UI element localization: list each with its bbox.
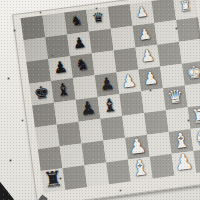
square-g5[interactable]	[89, 29, 114, 54]
piece-white-pawn[interactable]: ♟	[140, 47, 156, 64]
square-d5[interactable]: ♝	[98, 94, 123, 119]
piece-black-pawn[interactable]: ♟	[52, 59, 68, 76]
square-f2[interactable]	[157, 42, 182, 67]
square-g3[interactable]: ♟	[133, 23, 158, 48]
piece-white-pawn[interactable]: ♟	[120, 71, 137, 90]
square-g2[interactable]	[154, 20, 179, 45]
piece-white-pawn[interactable]: ♟	[137, 26, 152, 42]
square-c7[interactable]	[57, 122, 82, 147]
square-c3[interactable]	[144, 110, 169, 135]
square-c8[interactable]	[35, 125, 60, 150]
square-f6[interactable]: ♞	[70, 53, 95, 78]
square-e4[interactable]: ♟	[116, 69, 141, 94]
piece-black-knight[interactable]: ♞	[74, 56, 90, 73]
board-grid: ♞♛♟♜♟♟♟♞♟♚♝♟♟♟♚♟♝♛♜♟♝♞♜♝♟	[21, 0, 200, 193]
square-d2[interactable]: ♛	[163, 85, 188, 110]
piece-black-knight[interactable]: ♞	[70, 14, 84, 29]
square-g6[interactable]: ♟	[67, 32, 92, 57]
piece-white-king[interactable]: ♚	[186, 63, 200, 82]
square-c5[interactable]	[100, 116, 125, 141]
square-a5[interactable]	[106, 160, 131, 185]
square-h8[interactable]	[21, 15, 46, 40]
square-e1[interactable]: ♚	[182, 61, 200, 86]
piece-black-bishop[interactable]: ♝	[101, 96, 119, 116]
piece-black-rook[interactable]: ♜	[42, 168, 64, 192]
piece-white-queen[interactable]: ♛	[166, 87, 184, 107]
square-b7[interactable]	[60, 143, 85, 168]
square-b3[interactable]	[147, 132, 172, 157]
square-g1[interactable]	[176, 17, 200, 42]
square-g4[interactable]	[111, 26, 136, 51]
square-h7[interactable]	[42, 13, 67, 38]
square-d3[interactable]	[141, 88, 166, 113]
square-h4[interactable]	[108, 4, 133, 29]
piece-white-bishop[interactable]: ♝	[129, 156, 151, 180]
piece-white-pawn[interactable]: ♟	[173, 150, 195, 174]
square-a4[interactable]: ♝	[128, 157, 153, 182]
piece-white-pawn[interactable]: ♟	[135, 5, 149, 20]
piece-white-rook[interactable]: ♜	[190, 105, 200, 126]
square-f1[interactable]	[179, 39, 200, 64]
piece-black-queen[interactable]: ♛	[91, 11, 105, 26]
square-d4[interactable]	[119, 91, 144, 116]
board-corner-mark-icon	[38, 195, 48, 200]
square-g8[interactable]	[23, 37, 48, 62]
square-a8[interactable]: ♜	[41, 168, 66, 193]
square-a7[interactable]	[63, 165, 88, 190]
piece-black-pawn[interactable]: ♟	[72, 35, 87, 51]
square-d7[interactable]	[54, 100, 79, 125]
square-a2[interactable]: ♟	[172, 151, 197, 176]
piece-white-pawn[interactable]: ♟	[142, 69, 159, 88]
chess-board: ♞♛♟♜♟♟♟♞♟♚♝♟♟♟♚♟♝♛♜♟♝♞♜♝♟ ©ARCHER	[12, 0, 200, 200]
square-a6[interactable]	[84, 162, 109, 187]
square-d6[interactable]: ♟	[76, 97, 101, 122]
square-h5[interactable]: ♛	[86, 7, 111, 32]
piece-black-bishop[interactable]: ♝	[55, 80, 72, 99]
square-e3[interactable]: ♟	[138, 67, 163, 92]
square-b6[interactable]	[81, 141, 106, 166]
piece-black-pawn[interactable]: ♟	[79, 98, 97, 118]
square-h6[interactable]: ♞	[64, 10, 89, 35]
square-c6[interactable]	[79, 119, 104, 144]
square-g7[interactable]	[45, 34, 70, 59]
piece-white-knight[interactable]: ♞	[192, 126, 200, 148]
square-a3[interactable]	[150, 154, 175, 179]
piece-white-rook[interactable]: ♜	[179, 0, 193, 14]
square-d8[interactable]	[32, 103, 57, 128]
square-h3[interactable]: ♟	[130, 1, 155, 26]
square-b1[interactable]: ♞	[191, 126, 200, 151]
square-b5[interactable]	[103, 138, 128, 163]
piece-black-pawn[interactable]: ♟	[98, 74, 115, 93]
piece-black-king[interactable]: ♚	[33, 83, 50, 102]
square-e7[interactable]: ♝	[51, 78, 76, 103]
square-e8[interactable]: ♚	[29, 81, 54, 106]
